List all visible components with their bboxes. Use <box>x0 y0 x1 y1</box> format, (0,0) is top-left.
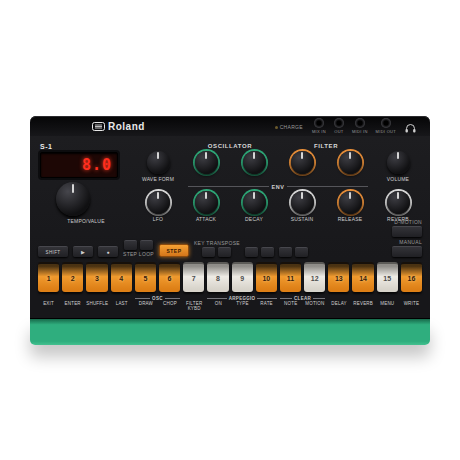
roland-logo-icon <box>92 122 105 131</box>
knob-label: SUSTAIN <box>291 216 314 222</box>
jack-label: OUT <box>334 129 343 134</box>
knob-grid: OSCILLATOR FILTER WAVE FORMVOLUME ENV LF… <box>134 141 422 224</box>
knob-row-2: LFOATTACKDECAYSUSTAINRELEASEREVERB <box>134 191 422 222</box>
key-transpose-label: KEY TRANSPOSE <box>194 240 240 246</box>
headphones-icon <box>405 123 416 133</box>
volume-knob[interactable] <box>387 151 410 174</box>
step-key-label-13: DELAY <box>328 301 349 313</box>
step-key-label-6: CHOP <box>159 301 180 313</box>
release-knob[interactable] <box>339 191 362 214</box>
function-row: SHIFT ▶ ● STEP LOOP STEP KEY TRANSPOSE <box>38 231 422 257</box>
step-key-9[interactable]: 9 <box>232 262 253 292</box>
step-key-6[interactable]: 6 <box>159 262 180 292</box>
jack-hole-icon <box>314 118 324 128</box>
decay-knob[interactable] <box>243 191 266 214</box>
tempo-value-knob[interactable] <box>56 182 90 216</box>
row1-knob-3-knob[interactable] <box>243 151 266 174</box>
row1-knob-5-knob[interactable] <box>339 151 362 174</box>
knob-label: ATTACK <box>196 216 216 222</box>
wave-form-knob[interactable] <box>147 151 170 174</box>
step-key-label-9: TYPE <box>232 301 253 313</box>
display-value: 8.0 <box>82 156 112 174</box>
mix-in-jack: MIX IN <box>312 118 326 134</box>
function-button-d[interactable] <box>295 247 308 257</box>
step-key-label-8: ON <box>208 301 229 313</box>
step-key-label-14: REVERB <box>353 301 374 313</box>
attack-knob[interactable] <box>195 191 218 214</box>
play-button[interactable]: ▶ <box>73 246 93 257</box>
row1-knob-2-knob[interactable] <box>195 151 218 174</box>
roland-logo: Roland <box>92 121 145 132</box>
step-key-4[interactable]: 4 <box>111 262 132 292</box>
step-key-15[interactable]: 15 <box>377 262 398 292</box>
charge-indicator: CHARGE <box>275 124 303 130</box>
step-key-row: 12345678910111213141516 <box>38 262 422 292</box>
step-key-label-10: RATE <box>256 301 277 313</box>
device-base <box>30 319 430 345</box>
step-loop-button-a[interactable] <box>124 240 137 250</box>
jack-label: MIDI IN <box>352 129 368 134</box>
step-key-label-3: SHUFFLE <box>86 301 108 313</box>
jack-label: MIX IN <box>312 129 326 134</box>
d-motion-label: D-MOTION <box>394 219 422 225</box>
jack-row: MIX INOUTMIDI INMIDI OUT <box>312 118 396 134</box>
step-key-label-7: FILTER KYBD <box>184 301 205 313</box>
out-jack: OUT <box>334 118 344 134</box>
tempo-knob-label: TEMPO/VALUE <box>38 218 134 224</box>
jack-hole-icon <box>334 118 344 128</box>
charge-led-icon <box>275 126 278 129</box>
jack-hole-icon <box>381 118 391 128</box>
row1-knob-4-knob[interactable] <box>291 151 314 174</box>
step-loop-button-b[interactable] <box>140 240 153 250</box>
function-button-b[interactable] <box>261 247 274 257</box>
jack-label: MIDI OUT <box>376 129 396 134</box>
step-key-label-16: WRITE <box>401 301 422 313</box>
step-key-13[interactable]: 13 <box>328 262 349 292</box>
key-transpose-button-b[interactable] <box>218 247 231 257</box>
knob-label: LFO <box>153 216 163 222</box>
midi-out-jack: MIDI OUT <box>376 118 396 134</box>
step-loop-label: STEP LOOP <box>123 251 154 257</box>
step-key-14[interactable]: 14 <box>352 262 373 292</box>
step-button[interactable]: STEP <box>159 244 189 257</box>
key-label-row: EXITENTERSHUFFLELASTDRAWCHOPFILTER KYBDO… <box>38 301 422 313</box>
manual-button[interactable] <box>392 246 422 257</box>
step-key-7[interactable]: 7 <box>183 262 204 292</box>
step-key-label-15: MENU <box>377 301 398 313</box>
brand-name: Roland <box>108 121 145 132</box>
rec-button[interactable]: ● <box>98 246 118 257</box>
step-key-label-12: MOTION <box>304 301 325 313</box>
step-key-5[interactable]: 5 <box>135 262 156 292</box>
step-key-3[interactable]: 3 <box>86 262 107 292</box>
function-button-c[interactable] <box>279 247 292 257</box>
top-edge: Roland CHARGE MIX INOUTMIDI INMIDI OUT <box>30 116 430 136</box>
step-key-12[interactable]: 12 <box>304 262 325 292</box>
filter-section-label: FILTER <box>278 143 374 149</box>
lfo-knob[interactable] <box>147 191 170 214</box>
function-button-a[interactable] <box>245 247 258 257</box>
step-key-label-1: EXIT <box>38 301 59 313</box>
step-key-10[interactable]: 10 <box>256 262 277 292</box>
reverb-knob[interactable] <box>387 191 410 214</box>
control-panel: S-1 8.0 TEMPO/VALUE OSCILLATOR FILTER WA… <box>30 136 430 319</box>
step-key-11[interactable]: 11 <box>280 262 301 292</box>
charge-label: CHARGE <box>280 124 303 130</box>
step-key-label-2: ENTER <box>62 301 83 313</box>
led-display: 8.0 <box>40 152 118 178</box>
step-key-2[interactable]: 2 <box>62 262 83 292</box>
synthesizer-device: Roland CHARGE MIX INOUTMIDI INMIDI OUT S… <box>30 116 430 345</box>
step-key-label-11: NOTE <box>280 301 301 313</box>
knob-row-1: WAVE FORMVOLUME <box>134 151 422 182</box>
knob-label: RELEASE <box>338 216 362 222</box>
d-motion-button[interactable] <box>392 226 422 237</box>
step-key-label-4: LAST <box>111 301 132 313</box>
oscillator-section-label: OSCILLATOR <box>182 143 278 149</box>
jack-hole-icon <box>355 118 365 128</box>
step-key-label-5: DRAW <box>135 301 156 313</box>
sustain-knob[interactable] <box>291 191 314 214</box>
midi-in-jack: MIDI IN <box>352 118 368 134</box>
knob-label: DECAY <box>245 216 263 222</box>
manual-label: MANUAL <box>399 239 422 245</box>
step-key-8[interactable]: 8 <box>207 262 228 292</box>
model-name: S-1 <box>40 143 134 150</box>
shift-button[interactable]: SHIFT <box>38 246 68 257</box>
key-transpose-button-a[interactable] <box>202 247 215 257</box>
step-key-16[interactable]: 16 <box>401 262 422 292</box>
env-section-label: ENV <box>182 184 374 190</box>
step-key-1[interactable]: 1 <box>38 262 59 292</box>
